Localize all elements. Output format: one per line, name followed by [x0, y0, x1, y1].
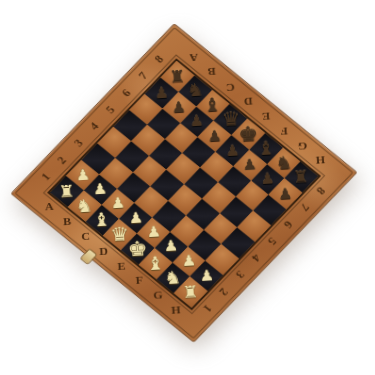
piece-white-pawn[interactable]: ♟	[146, 225, 161, 241]
piece-white-pawn[interactable]: ♟	[93, 182, 108, 198]
piece-white-rook[interactable]: ♜	[182, 283, 199, 301]
piece-black-pawn[interactable]: ♟	[243, 157, 258, 173]
piece-white-bishop[interactable]: ♝	[93, 211, 112, 230]
piece-black-pawn[interactable]: ♟	[207, 128, 222, 144]
piece-black-pawn[interactable]: ♟	[172, 99, 187, 115]
piece-black-rook[interactable]: ♜	[169, 68, 186, 86]
board-perspective-wrapper: ABCDEFGH ABCDEFGH 87654321 87654321 ♜♞♝♛…	[54, 63, 313, 304]
piece-white-rook[interactable]: ♜	[58, 183, 75, 201]
piece-black-knight[interactable]: ♞	[275, 153, 293, 171]
piece-white-knight[interactable]: ♞	[164, 269, 182, 287]
piece-white-pawn[interactable]: ♟	[199, 268, 214, 284]
piece-white-pawn[interactable]: ♟	[128, 210, 143, 226]
piece-black-pawn[interactable]: ♟	[154, 85, 169, 101]
piece-black-pawn[interactable]: ♟	[260, 171, 275, 187]
piece-black-bishop[interactable]: ♝	[203, 95, 222, 114]
chess-set-photo: ABCDEFGH ABCDEFGH 87654321 87654321 ♜♞♝♛…	[0, 0, 375, 375]
piece-white-bishop[interactable]: ♝	[146, 254, 165, 273]
board-frame: ABCDEFGH ABCDEFGH 87654321 87654321 ♜♞♝♛…	[10, 23, 357, 342]
piece-black-pawn[interactable]: ♟	[278, 186, 293, 202]
piece-black-knight[interactable]: ♞	[186, 81, 204, 99]
piece-black-bishop[interactable]: ♝	[256, 139, 275, 158]
piece-black-pawn[interactable]: ♟	[225, 143, 240, 159]
chess-board: ♜♞♝♛♚♝♞♜♟♟♟♟♟♟♟♟♟♟♟♟♟♟♟♟♜♞♝♛♚♝♞♜	[47, 58, 321, 310]
piece-white-pawn[interactable]: ♟	[181, 254, 196, 270]
piece-white-pawn[interactable]: ♟	[75, 167, 90, 183]
piece-white-knight[interactable]: ♞	[75, 197, 93, 215]
piece-white-pawn[interactable]: ♟	[163, 239, 178, 255]
piece-black-rook[interactable]: ♜	[293, 168, 310, 186]
piece-white-pawn[interactable]: ♟	[110, 196, 125, 212]
piece-black-pawn[interactable]: ♟	[189, 114, 204, 130]
